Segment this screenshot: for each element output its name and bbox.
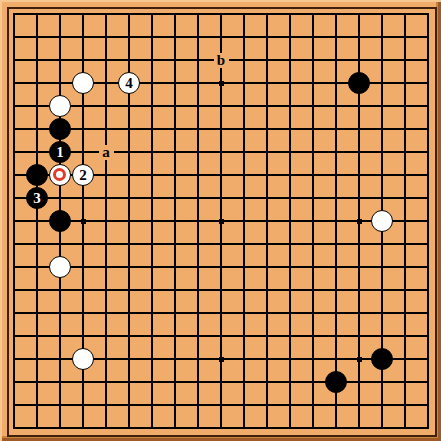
- grid-line-vertical: [335, 13, 337, 429]
- black-stone: [49, 118, 71, 140]
- star-point: [219, 357, 224, 362]
- black-stone-move-1: 1: [49, 141, 71, 163]
- board-grid: 4123ab: [0, 0, 441, 441]
- grid-line-horizontal: [13, 335, 429, 337]
- white-stone: [49, 256, 71, 278]
- grid-line-horizontal: [13, 427, 429, 429]
- red-circle-marker: [53, 168, 66, 181]
- white-stone: [72, 348, 94, 370]
- grid-line-horizontal: [13, 404, 429, 406]
- grid-line-horizontal: [13, 243, 429, 245]
- grid-line-vertical: [243, 13, 245, 429]
- black-stone: [348, 72, 370, 94]
- black-stone: [26, 164, 48, 186]
- grid-line-vertical: [427, 13, 429, 429]
- white-stone: [72, 72, 94, 94]
- white-stone-move-4: 4: [118, 72, 140, 94]
- black-stone: [325, 371, 347, 393]
- go-board: 4123ab: [0, 0, 441, 441]
- move-number: 2: [79, 168, 87, 183]
- move-number: 3: [33, 191, 41, 206]
- point-label-a: a: [99, 145, 114, 160]
- star-point: [357, 219, 362, 224]
- grid-line-horizontal: [13, 381, 429, 383]
- grid-line-horizontal: [13, 266, 429, 268]
- black-stone: [371, 348, 393, 370]
- black-stone-move-3: 3: [26, 187, 48, 209]
- grid-line-vertical: [266, 13, 268, 429]
- grid-line-horizontal: [13, 312, 429, 314]
- star-point: [219, 219, 224, 224]
- grid-line-horizontal: [13, 289, 429, 291]
- black-stone: [49, 210, 71, 232]
- white-stone: [49, 164, 71, 186]
- white-stone-move-2: 2: [72, 164, 94, 186]
- move-number: 4: [125, 76, 133, 91]
- grid-line-vertical: [289, 13, 291, 429]
- grid-line-vertical: [404, 13, 406, 429]
- star-point: [357, 357, 362, 362]
- move-number: 1: [56, 145, 64, 160]
- star-point: [219, 81, 224, 86]
- white-stone: [371, 210, 393, 232]
- grid-line-vertical: [312, 13, 314, 429]
- point-label-b: b: [214, 53, 229, 68]
- white-stone: [49, 95, 71, 117]
- star-point: [81, 219, 86, 224]
